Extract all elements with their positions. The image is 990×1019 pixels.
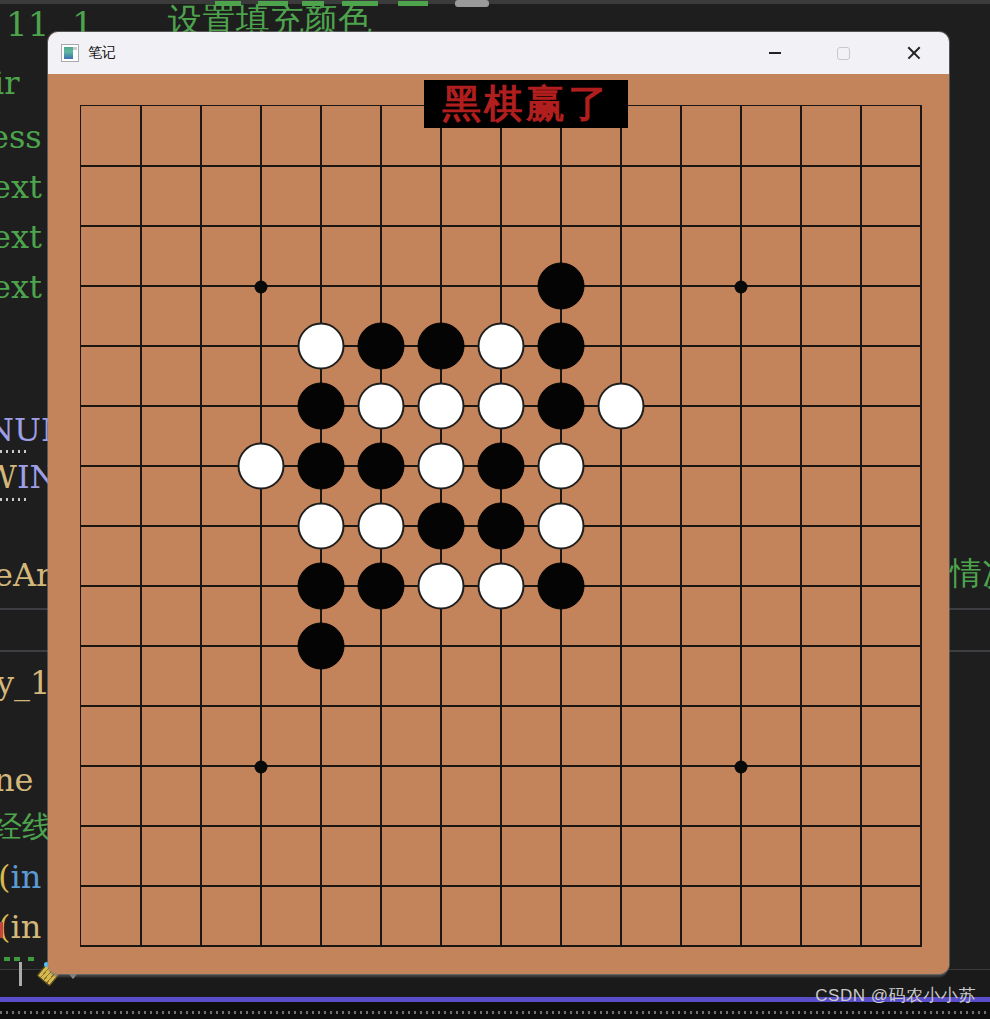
code-fragment: ess	[0, 120, 42, 155]
code-fragment: 经线	[0, 810, 52, 843]
board-canvas[interactable]: 黑棋赢了	[48, 74, 949, 974]
overview-tick	[14, 957, 20, 961]
stone-black	[538, 263, 585, 310]
stone-black	[298, 443, 345, 490]
code-fragment: (in	[0, 910, 41, 945]
screen: 111设置填充颜色iressextextextNUMWINeAry_1ne经线(…	[0, 0, 990, 1019]
stone-white	[358, 383, 405, 430]
code-fragment: ir	[0, 66, 20, 101]
stone-black	[478, 503, 525, 550]
stone-white	[418, 443, 465, 490]
stone-black	[298, 383, 345, 430]
code-fragment: ext	[0, 170, 42, 205]
stone-white	[478, 323, 525, 370]
code-fragment: ext	[0, 220, 42, 255]
spellcheck-dots	[0, 498, 26, 501]
stone-white	[238, 443, 285, 490]
app-image-icon	[61, 44, 79, 62]
csdn-watermark: CSDN @码农小小苏	[815, 984, 976, 1007]
minimize-button[interactable]	[752, 32, 798, 74]
titlebar[interactable]: 笔记	[48, 32, 949, 74]
minimize-icon	[769, 52, 781, 54]
stone-white	[538, 503, 585, 550]
code-fragment: 11	[6, 6, 49, 43]
stone-white	[478, 383, 525, 430]
stone-white	[478, 563, 525, 610]
dotted-row	[0, 1011, 990, 1014]
stone-black	[358, 323, 405, 370]
board-grid	[80, 105, 922, 947]
editor-top-scrollbar	[0, 0, 990, 4]
maximize-icon	[837, 47, 850, 60]
star-point	[735, 761, 748, 774]
code-fragment: 情况	[950, 556, 990, 591]
code-fragment: y_1	[0, 666, 50, 701]
stone-white	[418, 563, 465, 610]
close-button[interactable]	[891, 32, 937, 74]
stone-black	[538, 563, 585, 610]
stone-black	[298, 623, 345, 670]
overview-tick	[28, 957, 34, 961]
star-point	[255, 281, 268, 294]
stone-white	[358, 503, 405, 550]
stone-black	[418, 323, 465, 370]
stone-white	[598, 383, 645, 430]
star-point	[735, 281, 748, 294]
stone-white	[298, 323, 345, 370]
maximize-button[interactable]	[820, 32, 866, 74]
caret-bar	[19, 962, 22, 986]
stone-black	[358, 563, 405, 610]
stone-black	[298, 563, 345, 610]
scrollbar-thumb[interactable]	[455, 0, 489, 7]
stone-black	[538, 323, 585, 370]
spellcheck-dots	[0, 450, 26, 453]
star-point	[255, 761, 268, 774]
code-fragment-red	[0, 922, 3, 938]
code-fragment: (in	[0, 860, 41, 895]
code-fragment: eAr	[0, 558, 51, 593]
stone-black	[418, 503, 465, 550]
code-fragment: ne	[0, 763, 34, 798]
close-icon	[906, 45, 922, 61]
gomoku-window: 笔记 黑棋赢了	[48, 32, 949, 974]
winner-banner: 黑棋赢了	[424, 80, 628, 128]
stone-black	[358, 443, 405, 490]
stone-white	[538, 443, 585, 490]
stone-black	[538, 383, 585, 430]
code-fragment-dash	[398, 1, 428, 6]
stone-black	[478, 443, 525, 490]
stone-white	[418, 383, 465, 430]
overview-tick	[4, 957, 10, 961]
code-fragment: ext	[0, 270, 42, 305]
window-title: 笔记	[88, 44, 116, 62]
stone-white	[298, 503, 345, 550]
